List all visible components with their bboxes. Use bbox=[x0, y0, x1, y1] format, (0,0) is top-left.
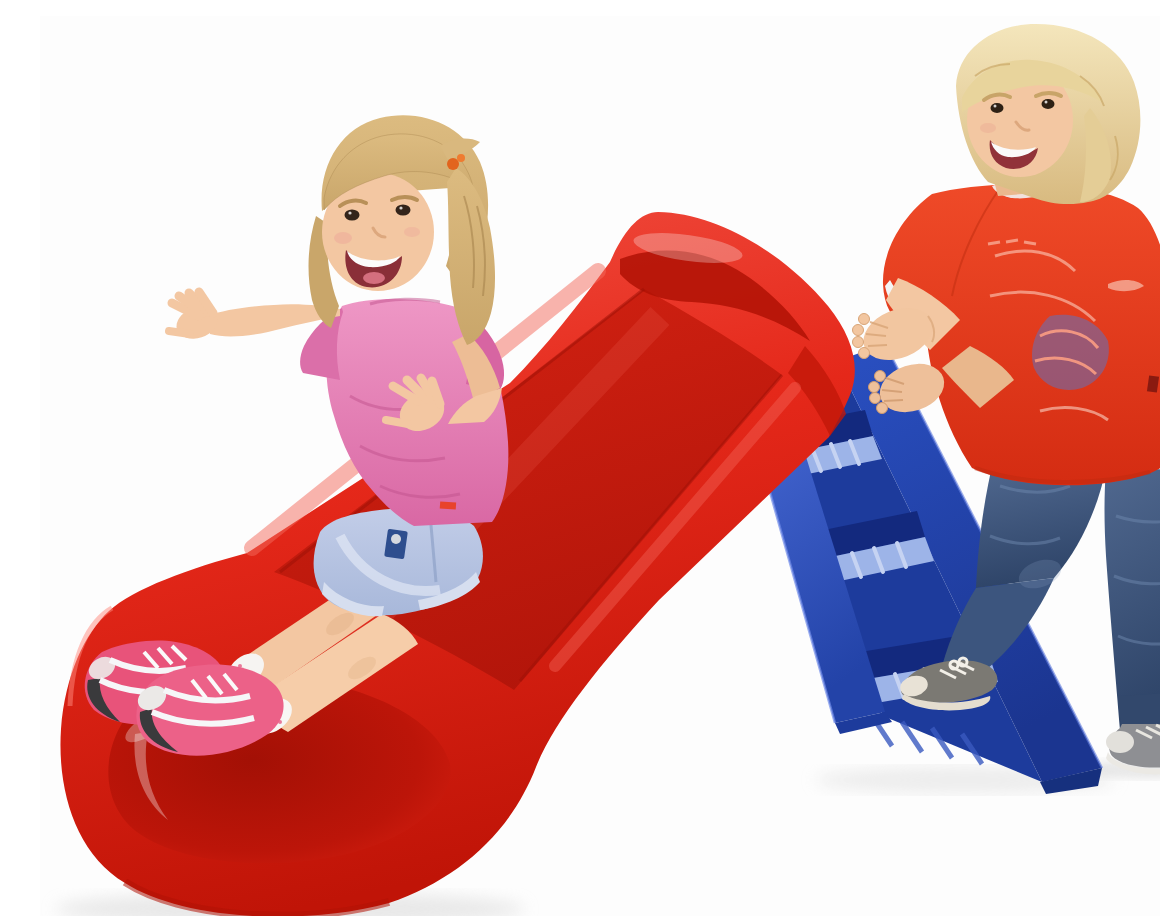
product-photo bbox=[40, 16, 1160, 916]
boy-right-eye bbox=[1042, 99, 1055, 109]
girl-tongue bbox=[363, 272, 385, 284]
girl-right-eye bbox=[396, 205, 411, 216]
boy-left-eye bbox=[991, 103, 1004, 113]
slide-scene-illustration bbox=[40, 16, 1160, 916]
girl-left-eye bbox=[345, 210, 360, 221]
shirt-hem-tag bbox=[440, 501, 456, 509]
hair-tie bbox=[447, 158, 459, 170]
